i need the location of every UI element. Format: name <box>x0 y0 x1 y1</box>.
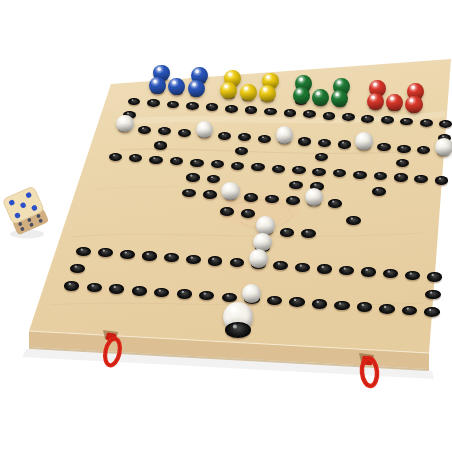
product-photo-scene <box>0 0 452 452</box>
goal-hole[interactable] <box>225 322 251 338</box>
board-hole[interactable] <box>164 253 179 262</box>
marble-yellow[interactable] <box>240 84 257 101</box>
board-hole[interactable] <box>425 290 440 300</box>
board-hole[interactable] <box>318 139 331 147</box>
marble-highlight <box>367 93 384 110</box>
marble-highlight <box>240 84 257 101</box>
board-hole[interactable] <box>258 135 271 143</box>
marble-white-barricade[interactable] <box>116 115 133 132</box>
board-hole[interactable] <box>397 145 410 153</box>
board-hole[interactable] <box>323 112 336 120</box>
board-hole[interactable] <box>203 190 217 199</box>
marble-red[interactable] <box>367 93 384 110</box>
board-hole[interactable] <box>87 283 102 292</box>
board-hole[interactable] <box>186 255 201 264</box>
board-hole[interactable] <box>225 105 238 113</box>
marble-white-barricade[interactable] <box>256 216 275 235</box>
board-hole[interactable] <box>186 102 199 110</box>
board-hole[interactable] <box>342 113 355 121</box>
board-hole[interactable] <box>220 207 234 216</box>
marble-highlight <box>188 80 205 97</box>
board-hole[interactable] <box>190 159 203 167</box>
board-hole[interactable] <box>147 99 160 107</box>
board-hole[interactable] <box>76 247 91 256</box>
board-hole[interactable] <box>244 193 258 202</box>
marble-white-barricade[interactable] <box>355 132 373 150</box>
marble-highlight <box>116 115 133 132</box>
board-hole[interactable] <box>427 272 442 281</box>
board-hole[interactable] <box>208 256 223 265</box>
board-hole[interactable] <box>379 304 395 314</box>
board-hole[interactable] <box>222 293 237 303</box>
board-hole[interactable] <box>357 302 373 312</box>
board-hole[interactable] <box>70 264 85 273</box>
board-hole[interactable] <box>361 115 374 123</box>
board-hole[interactable] <box>280 228 294 237</box>
marble-white-barricade[interactable] <box>276 126 293 143</box>
marble-white-barricade[interactable] <box>435 138 452 156</box>
marble-highlight <box>221 182 239 200</box>
board-hole[interactable] <box>328 199 342 208</box>
board-hole[interactable] <box>334 301 350 311</box>
board-hole[interactable] <box>149 156 162 164</box>
board-hole[interactable] <box>186 173 200 181</box>
marble-blue[interactable] <box>188 80 205 97</box>
board-hole[interactable] <box>272 165 286 173</box>
marble-highlight <box>149 77 166 94</box>
board-hole[interactable] <box>286 196 300 205</box>
board-hole[interactable] <box>142 251 157 260</box>
board-hole[interactable] <box>109 284 124 294</box>
marble-green[interactable] <box>293 87 310 104</box>
marble-highlight <box>256 216 275 235</box>
board-hole[interactable] <box>361 267 376 276</box>
board-hole[interactable] <box>177 289 192 299</box>
board-hole[interactable] <box>120 250 135 259</box>
board-hole[interactable] <box>241 209 255 218</box>
board-hole[interactable] <box>132 286 147 296</box>
marble-highlight <box>276 126 293 143</box>
marble-red[interactable] <box>405 96 422 113</box>
board-hole[interactable] <box>182 189 196 198</box>
board-hole[interactable] <box>298 137 311 145</box>
marble-highlight <box>355 132 373 150</box>
board-hole[interactable] <box>405 271 420 280</box>
marble-highlight <box>405 96 422 113</box>
board-hole[interactable] <box>178 129 191 137</box>
marble-highlight <box>312 89 329 106</box>
board-hole[interactable] <box>317 264 332 273</box>
board-hole[interactable] <box>353 171 367 179</box>
marble-blue[interactable] <box>149 77 166 94</box>
marble-highlight <box>435 138 452 156</box>
board-hole[interactable] <box>338 140 351 148</box>
marble-yellow[interactable] <box>259 85 276 102</box>
board-hole[interactable] <box>218 132 231 140</box>
board-hole[interactable] <box>289 297 305 307</box>
board-hole[interactable] <box>154 141 167 149</box>
board-hole[interactable] <box>312 168 326 176</box>
board-hole[interactable] <box>424 307 440 317</box>
board-and-props-graphic <box>0 0 452 452</box>
die[interactable] <box>2 186 49 235</box>
board-hole[interactable] <box>64 281 79 290</box>
marble-white-barricade[interactable] <box>221 182 239 200</box>
board-hole[interactable] <box>372 187 386 196</box>
board-hole[interactable] <box>394 173 408 181</box>
marble-highlight <box>293 87 310 104</box>
board-hole[interactable] <box>381 116 394 124</box>
marble-green[interactable] <box>312 89 329 106</box>
board-hole[interactable] <box>284 109 297 117</box>
marble-highlight <box>259 85 276 102</box>
board-hole[interactable] <box>109 153 122 161</box>
board-hole[interactable] <box>295 263 310 272</box>
board-hole[interactable] <box>420 119 433 127</box>
board-hole[interactable] <box>312 299 328 309</box>
